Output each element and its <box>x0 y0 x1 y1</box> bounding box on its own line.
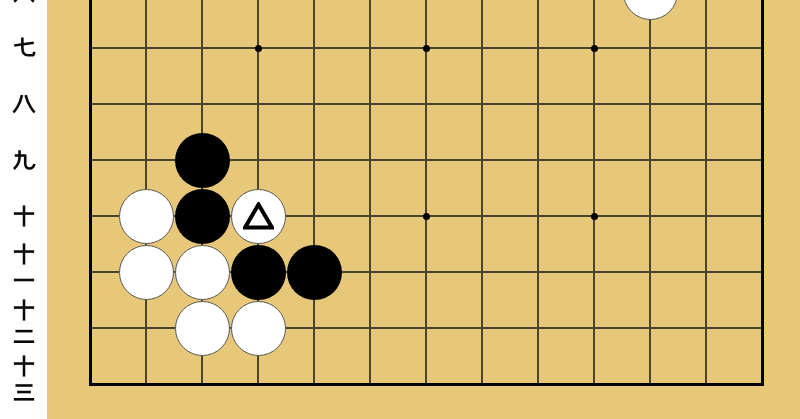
grid-line-horizontal <box>90 103 762 105</box>
go-diagram <box>0 0 800 419</box>
stone-white <box>119 189 174 244</box>
row-label-glyph <box>11 267 37 293</box>
row-label-glyph <box>11 203 37 229</box>
stone-white <box>231 301 286 356</box>
row-label-glyph <box>11 353 37 379</box>
row-label-glyph <box>11 379 37 405</box>
star-point <box>423 45 430 52</box>
stone-black <box>287 245 342 300</box>
row-label-glyph <box>11 0 37 5</box>
row-label-column <box>0 0 47 419</box>
goban[interactable] <box>47 0 800 419</box>
row-label-glyph <box>11 297 37 323</box>
stone-white <box>175 245 230 300</box>
stone-white <box>175 301 230 356</box>
row-label-glyph <box>11 323 37 349</box>
triangle-marker-icon <box>243 202 274 230</box>
star-point <box>255 45 262 52</box>
row-label-glyph <box>11 241 37 267</box>
board-edge-left <box>89 0 92 386</box>
stone-white <box>119 245 174 300</box>
stone-black <box>175 189 230 244</box>
star-point <box>423 213 430 220</box>
board-edge-right <box>761 0 764 386</box>
board-edge-bottom <box>89 383 764 386</box>
row-label-glyph <box>11 147 37 173</box>
star-point <box>591 213 598 220</box>
star-point <box>591 45 598 52</box>
stone-white <box>623 0 678 20</box>
stone-black <box>175 133 230 188</box>
stone-white <box>231 189 286 244</box>
row-label-glyph <box>11 91 37 117</box>
stone-black <box>231 245 286 300</box>
row-label-glyph <box>11 35 37 61</box>
